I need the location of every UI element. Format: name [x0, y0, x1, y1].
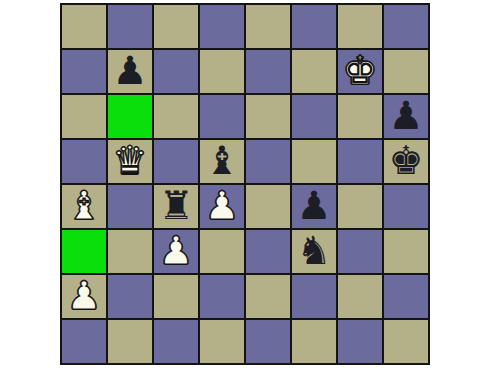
square-c4[interactable]: ♜	[154, 185, 198, 228]
square-b4[interactable]	[108, 185, 152, 228]
square-h7[interactable]	[384, 50, 428, 93]
square-h3[interactable]	[384, 230, 428, 273]
piece-white-king[interactable]: ♚	[343, 51, 378, 90]
square-a3[interactable]	[62, 230, 106, 273]
square-h1[interactable]	[384, 320, 428, 363]
square-d3[interactable]	[200, 230, 244, 273]
square-f1[interactable]	[292, 320, 336, 363]
square-a5[interactable]	[62, 140, 106, 183]
square-g1[interactable]	[338, 320, 382, 363]
square-g3[interactable]	[338, 230, 382, 273]
square-b1[interactable]	[108, 320, 152, 363]
square-g8[interactable]	[338, 5, 382, 48]
square-h5[interactable]: ♚	[384, 140, 428, 183]
square-d5[interactable]: ♝	[200, 140, 244, 183]
square-e5[interactable]	[246, 140, 290, 183]
square-b8[interactable]	[108, 5, 152, 48]
square-h4[interactable]	[384, 185, 428, 228]
square-h6[interactable]: ♟	[384, 95, 428, 138]
square-e3[interactable]	[246, 230, 290, 273]
square-b5[interactable]: ♛	[108, 140, 152, 183]
square-c7[interactable]	[154, 50, 198, 93]
square-c3[interactable]: ♟	[154, 230, 198, 273]
square-b7[interactable]: ♟	[108, 50, 152, 93]
square-f8[interactable]	[292, 5, 336, 48]
square-g7[interactable]: ♚	[338, 50, 382, 93]
square-g2[interactable]	[338, 275, 382, 318]
piece-black-king[interactable]: ♚	[389, 141, 424, 180]
piece-white-pawn[interactable]: ♟	[159, 231, 194, 270]
square-a1[interactable]	[62, 320, 106, 363]
square-d7[interactable]	[200, 50, 244, 93]
square-a6[interactable]	[62, 95, 106, 138]
square-d1[interactable]	[200, 320, 244, 363]
piece-black-bishop[interactable]: ♝	[205, 141, 240, 180]
piece-black-pawn[interactable]: ♟	[297, 186, 332, 225]
square-b6[interactable]	[108, 95, 152, 138]
square-d4[interactable]: ♟	[200, 185, 244, 228]
square-d2[interactable]	[200, 275, 244, 318]
square-c1[interactable]	[154, 320, 198, 363]
square-e7[interactable]	[246, 50, 290, 93]
square-a7[interactable]	[62, 50, 106, 93]
square-d6[interactable]	[200, 95, 244, 138]
square-a2[interactable]: ♟	[62, 275, 106, 318]
chess-app-canvas: ♟♚♟♛♝♚♝♜♟♟♟♞♟	[0, 0, 500, 375]
square-c5[interactable]	[154, 140, 198, 183]
piece-white-pawn[interactable]: ♟	[205, 186, 240, 225]
piece-black-rook[interactable]: ♜	[159, 186, 194, 225]
square-b2[interactable]	[108, 275, 152, 318]
square-f6[interactable]	[292, 95, 336, 138]
square-c6[interactable]	[154, 95, 198, 138]
piece-black-pawn[interactable]: ♟	[389, 96, 424, 135]
square-e2[interactable]	[246, 275, 290, 318]
square-g5[interactable]	[338, 140, 382, 183]
square-e8[interactable]	[246, 5, 290, 48]
square-e4[interactable]	[246, 185, 290, 228]
chess-board: ♟♚♟♛♝♚♝♜♟♟♟♞♟	[60, 3, 430, 365]
square-d8[interactable]	[200, 5, 244, 48]
square-g6[interactable]	[338, 95, 382, 138]
piece-black-knight[interactable]: ♞	[297, 231, 332, 270]
square-f5[interactable]	[292, 140, 336, 183]
square-b3[interactable]	[108, 230, 152, 273]
square-h2[interactable]	[384, 275, 428, 318]
square-f7[interactable]	[292, 50, 336, 93]
square-h8[interactable]	[384, 5, 428, 48]
square-e6[interactable]	[246, 95, 290, 138]
piece-white-queen[interactable]: ♛	[113, 141, 148, 180]
square-c8[interactable]	[154, 5, 198, 48]
square-f4[interactable]: ♟	[292, 185, 336, 228]
square-f2[interactable]	[292, 275, 336, 318]
square-a8[interactable]	[62, 5, 106, 48]
piece-black-pawn[interactable]: ♟	[113, 51, 148, 90]
square-e1[interactable]	[246, 320, 290, 363]
square-f3[interactable]: ♞	[292, 230, 336, 273]
square-g4[interactable]	[338, 185, 382, 228]
piece-white-pawn[interactable]: ♟	[67, 276, 102, 315]
square-a4[interactable]: ♝	[62, 185, 106, 228]
piece-white-bishop[interactable]: ♝	[67, 186, 102, 225]
square-c2[interactable]	[154, 275, 198, 318]
